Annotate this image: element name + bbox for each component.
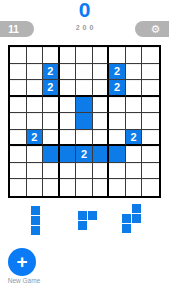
board: 2222222 bbox=[8, 45, 161, 198]
board-cell-r5c4[interactable] bbox=[60, 113, 77, 130]
board-cell-r6c7[interactable] bbox=[109, 130, 126, 147]
board-cell-r3c3[interactable]: 2 bbox=[43, 80, 60, 97]
board-cell-r4c4[interactable] bbox=[60, 97, 77, 114]
board-cell-r6c8[interactable]: 2 bbox=[126, 130, 143, 147]
board-cell-r1c1[interactable] bbox=[10, 47, 27, 64]
board-cell-r4c9[interactable] bbox=[142, 97, 159, 114]
board-cell-r4c3[interactable] bbox=[43, 97, 60, 114]
board-cell-r4c6[interactable] bbox=[93, 97, 110, 114]
board-cell-r8c5[interactable] bbox=[76, 163, 93, 180]
board-cell-r9c2[interactable] bbox=[27, 179, 44, 196]
board-cell-r7c4[interactable] bbox=[60, 146, 77, 163]
board-cell-r7c9[interactable] bbox=[142, 146, 159, 163]
board-cell-r6c2[interactable]: 2 bbox=[27, 130, 44, 147]
board-cell-r8c7[interactable] bbox=[109, 163, 126, 180]
piece-square bbox=[132, 204, 141, 213]
board-cell-r5c2[interactable] bbox=[27, 113, 44, 130]
level-badge: 11 bbox=[0, 21, 34, 37]
board-cell-r5c7[interactable] bbox=[109, 113, 126, 130]
board-cell-r8c9[interactable] bbox=[142, 163, 159, 180]
board-cell-r6c6[interactable] bbox=[93, 130, 110, 147]
tray-piece-vertical-line-3[interactable] bbox=[31, 206, 40, 235]
board-cell-r7c7[interactable] bbox=[109, 146, 126, 163]
piece-square bbox=[132, 214, 141, 223]
board-cell-r1c6[interactable] bbox=[93, 47, 110, 64]
board-cell-r9c8[interactable] bbox=[126, 179, 143, 196]
board-cell-r6c4[interactable] bbox=[60, 130, 77, 147]
block-puzzle-app: 0 200 11 ⚙ 2222222 + New Game bbox=[0, 0, 169, 300]
board-cell-r7c2[interactable] bbox=[27, 146, 44, 163]
level-badge-value: 11 bbox=[8, 24, 19, 35]
piece-square bbox=[31, 216, 40, 225]
board-cell-r2c1[interactable] bbox=[10, 64, 27, 81]
board-cell-r3c9[interactable] bbox=[142, 80, 159, 97]
board-cell-r8c3[interactable] bbox=[43, 163, 60, 180]
board-cell-r4c7[interactable] bbox=[109, 97, 126, 114]
board-cell-r9c7[interactable] bbox=[109, 179, 126, 196]
plus-icon: + bbox=[16, 252, 27, 271]
piece-square bbox=[122, 224, 131, 233]
board-cell-r3c2[interactable] bbox=[27, 80, 44, 97]
board-cell-r5c6[interactable] bbox=[93, 113, 110, 130]
piece-square bbox=[31, 226, 40, 235]
board-cell-r9c4[interactable] bbox=[60, 179, 77, 196]
board-cell-r8c4[interactable] bbox=[60, 163, 77, 180]
piece-square bbox=[88, 211, 97, 220]
board-cell-r8c8[interactable] bbox=[126, 163, 143, 180]
tray-piece-corner-tromino[interactable] bbox=[78, 211, 97, 230]
board-cell-r2c2[interactable] bbox=[27, 64, 44, 81]
board-cell-r4c5[interactable] bbox=[76, 97, 93, 114]
board-cell-r1c4[interactable] bbox=[60, 47, 77, 64]
board-cell-r6c3[interactable] bbox=[43, 130, 60, 147]
score-value: 0 bbox=[0, 0, 169, 22]
board-cell-r6c9[interactable] bbox=[142, 130, 159, 147]
board-cell-r2c8[interactable] bbox=[126, 64, 143, 81]
board-cell-r2c3[interactable]: 2 bbox=[43, 64, 60, 81]
piece-tray bbox=[0, 202, 169, 248]
piece-square bbox=[122, 214, 131, 223]
board-cell-r1c3[interactable] bbox=[43, 47, 60, 64]
board-cell-r1c8[interactable] bbox=[126, 47, 143, 64]
board-cell-r7c3[interactable] bbox=[43, 146, 60, 163]
board-cell-r3c1[interactable] bbox=[10, 80, 27, 97]
new-game-label: New Game bbox=[2, 277, 46, 284]
board-cell-r2c4[interactable] bbox=[60, 64, 77, 81]
board-cell-r1c9[interactable] bbox=[142, 47, 159, 64]
tray-piece-s-tetromino[interactable] bbox=[122, 204, 141, 233]
board-cell-r8c6[interactable] bbox=[93, 163, 110, 180]
board-cell-r7c8[interactable] bbox=[126, 146, 143, 163]
gear-icon: ⚙ bbox=[151, 24, 161, 35]
settings-button[interactable]: ⚙ bbox=[135, 21, 169, 37]
board-cell-r1c7[interactable] bbox=[109, 47, 126, 64]
board-cell-r6c5[interactable] bbox=[76, 130, 93, 147]
board-cell-r1c2[interactable] bbox=[27, 47, 44, 64]
piece-square bbox=[31, 206, 40, 215]
board-cell-r7c1[interactable] bbox=[10, 146, 27, 163]
board-cell-r1c5[interactable] bbox=[76, 47, 93, 64]
board-cell-r6c1[interactable] bbox=[10, 130, 27, 147]
board-cell-r3c8[interactable] bbox=[126, 80, 143, 97]
board-cell-r7c6[interactable] bbox=[93, 146, 110, 163]
board-cell-r9c3[interactable] bbox=[43, 179, 60, 196]
board-cell-r7c5[interactable]: 2 bbox=[76, 146, 93, 163]
board-cell-r9c6[interactable] bbox=[93, 179, 110, 196]
board-cell-r5c3[interactable] bbox=[43, 113, 60, 130]
board-cell-r2c6[interactable] bbox=[93, 64, 110, 81]
board-cell-r3c7[interactable]: 2 bbox=[109, 80, 126, 97]
board-cell-r4c8[interactable] bbox=[126, 97, 143, 114]
board-cell-r3c4[interactable] bbox=[60, 80, 77, 97]
board-cell-r9c1[interactable] bbox=[10, 179, 27, 196]
board-cell-r8c1[interactable] bbox=[10, 163, 27, 180]
board-cell-r3c5[interactable] bbox=[76, 80, 93, 97]
new-game-button[interactable]: + bbox=[8, 248, 36, 276]
piece-square bbox=[78, 211, 87, 220]
board-cell-r3c6[interactable] bbox=[93, 80, 110, 97]
board-cell-r4c2[interactable] bbox=[27, 97, 44, 114]
board-cell-r5c8[interactable] bbox=[126, 113, 143, 130]
board-cell-r2c9[interactable] bbox=[142, 64, 159, 81]
board-cell-r5c9[interactable] bbox=[142, 113, 159, 130]
board-cell-r4c1[interactable] bbox=[10, 97, 27, 114]
board-cell-r9c9[interactable] bbox=[142, 179, 159, 196]
piece-square bbox=[78, 221, 87, 230]
board-cell-r9c5[interactable] bbox=[76, 179, 93, 196]
board-cell-r5c1[interactable] bbox=[10, 113, 27, 130]
board-cell-r2c5[interactable] bbox=[76, 64, 93, 81]
board-cell-r2c7[interactable]: 2 bbox=[109, 64, 126, 81]
board-cell-r5c5[interactable] bbox=[76, 113, 93, 130]
board-cell-r8c2[interactable] bbox=[27, 163, 44, 180]
